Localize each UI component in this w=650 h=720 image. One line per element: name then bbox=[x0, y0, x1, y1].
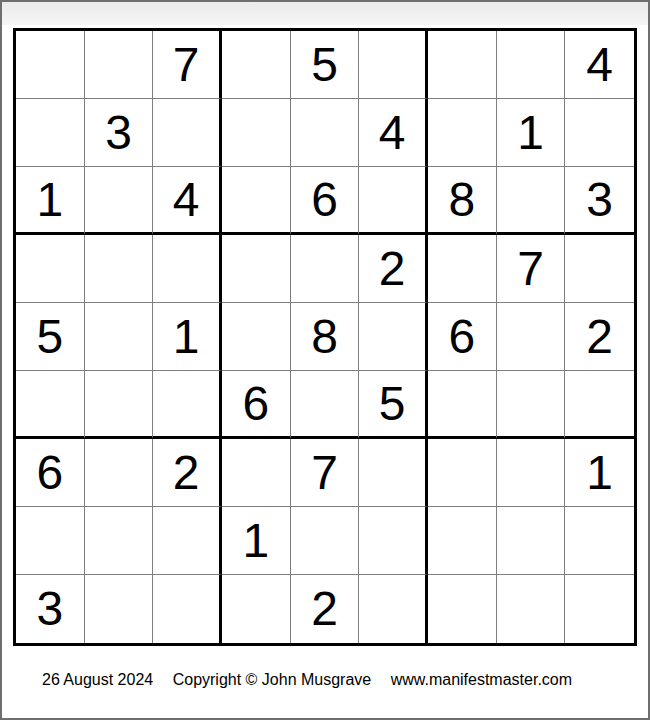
cell-r5c6 bbox=[359, 303, 428, 371]
cell-r5c8 bbox=[497, 303, 566, 371]
cell-r9c6 bbox=[359, 575, 428, 643]
cell-r5c3: 1 bbox=[153, 303, 222, 371]
cell-r5c9: 2 bbox=[565, 303, 634, 371]
window-top-band bbox=[2, 2, 648, 25]
cell-r6c7 bbox=[428, 371, 497, 439]
cell-r1c5: 5 bbox=[291, 31, 360, 99]
cell-r2c8: 1 bbox=[497, 99, 566, 167]
cell-r6c8 bbox=[497, 371, 566, 439]
cell-r8c1 bbox=[16, 507, 85, 575]
cell-r6c6: 5 bbox=[359, 371, 428, 439]
cell-r9c2 bbox=[85, 575, 154, 643]
cell-r9c7 bbox=[428, 575, 497, 643]
cell-r3c2 bbox=[85, 167, 154, 235]
cell-r7c5: 7 bbox=[291, 439, 360, 507]
cell-r9c9 bbox=[565, 575, 634, 643]
cell-r8c7 bbox=[428, 507, 497, 575]
cell-r3c4 bbox=[222, 167, 291, 235]
cell-r4c1 bbox=[16, 235, 85, 303]
cell-r7c4 bbox=[222, 439, 291, 507]
cell-r1c9: 4 bbox=[565, 31, 634, 99]
cell-r1c8 bbox=[497, 31, 566, 99]
cell-r2c7 bbox=[428, 99, 497, 167]
puzzle-page: 754341146832751862656271132 26 August 20… bbox=[0, 0, 650, 720]
cell-r3c8 bbox=[497, 167, 566, 235]
cell-r2c2: 3 bbox=[85, 99, 154, 167]
cell-r4c5 bbox=[291, 235, 360, 303]
cell-r7c1: 6 bbox=[16, 439, 85, 507]
cell-r2c4 bbox=[222, 99, 291, 167]
cell-r7c7 bbox=[428, 439, 497, 507]
cell-r8c2 bbox=[85, 507, 154, 575]
cell-r1c1 bbox=[16, 31, 85, 99]
cell-r4c8: 7 bbox=[497, 235, 566, 303]
cell-r9c4 bbox=[222, 575, 291, 643]
cell-r4c9 bbox=[565, 235, 634, 303]
cell-r3c6 bbox=[359, 167, 428, 235]
cell-r8c8 bbox=[497, 507, 566, 575]
cell-r8c6 bbox=[359, 507, 428, 575]
footer-website: www.manifestmaster.com bbox=[391, 671, 572, 688]
cell-r7c2 bbox=[85, 439, 154, 507]
cell-r6c3 bbox=[153, 371, 222, 439]
cell-r1c7 bbox=[428, 31, 497, 99]
cell-r3c7: 8 bbox=[428, 167, 497, 235]
cell-r2c5 bbox=[291, 99, 360, 167]
cell-r7c3: 2 bbox=[153, 439, 222, 507]
cell-r9c5: 2 bbox=[291, 575, 360, 643]
cell-r3c3: 4 bbox=[153, 167, 222, 235]
cell-r4c3 bbox=[153, 235, 222, 303]
cell-r9c1: 3 bbox=[16, 575, 85, 643]
cell-r6c2 bbox=[85, 371, 154, 439]
cell-r2c1 bbox=[16, 99, 85, 167]
footer-date: 26 August 2024 bbox=[42, 671, 153, 688]
cell-r6c1 bbox=[16, 371, 85, 439]
cell-r4c6: 2 bbox=[359, 235, 428, 303]
cell-r2c9 bbox=[565, 99, 634, 167]
cell-r4c7 bbox=[428, 235, 497, 303]
cell-r4c4 bbox=[222, 235, 291, 303]
cell-r6c9 bbox=[565, 371, 634, 439]
cell-r3c5: 6 bbox=[291, 167, 360, 235]
cell-r5c4 bbox=[222, 303, 291, 371]
cell-r9c3 bbox=[153, 575, 222, 643]
cell-r3c1: 1 bbox=[16, 167, 85, 235]
cell-r1c6 bbox=[359, 31, 428, 99]
cell-r1c3: 7 bbox=[153, 31, 222, 99]
cell-r5c7: 6 bbox=[428, 303, 497, 371]
cell-r5c1: 5 bbox=[16, 303, 85, 371]
cell-r8c9 bbox=[565, 507, 634, 575]
cell-r2c3 bbox=[153, 99, 222, 167]
cell-r7c9: 1 bbox=[565, 439, 634, 507]
cell-r5c5: 8 bbox=[291, 303, 360, 371]
cell-r8c3 bbox=[153, 507, 222, 575]
cell-r4c2 bbox=[85, 235, 154, 303]
cell-r8c4: 1 bbox=[222, 507, 291, 575]
sudoku-board: 754341146832751862656271132 bbox=[13, 28, 637, 646]
footer: 26 August 2024 Copyright © John Musgrave… bbox=[42, 671, 572, 689]
cell-r8c5 bbox=[291, 507, 360, 575]
cell-r7c8 bbox=[497, 439, 566, 507]
cell-r1c2 bbox=[85, 31, 154, 99]
footer-copyright: Copyright © John Musgrave bbox=[173, 671, 372, 688]
cell-r3c9: 3 bbox=[565, 167, 634, 235]
cell-r7c6 bbox=[359, 439, 428, 507]
cell-r6c5 bbox=[291, 371, 360, 439]
cell-r5c2 bbox=[85, 303, 154, 371]
cell-r2c6: 4 bbox=[359, 99, 428, 167]
cell-r1c4 bbox=[222, 31, 291, 99]
cell-r6c4: 6 bbox=[222, 371, 291, 439]
cell-r9c8 bbox=[497, 575, 566, 643]
